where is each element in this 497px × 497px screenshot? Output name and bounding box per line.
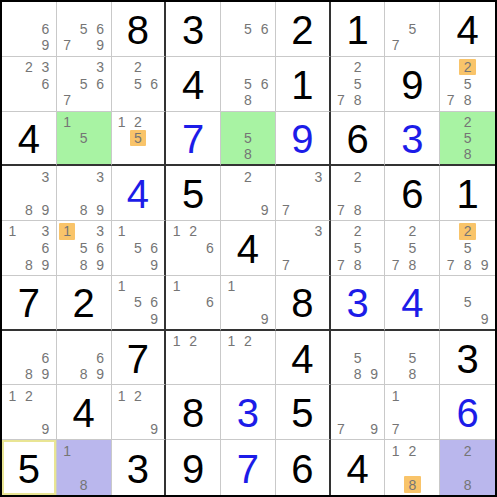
candidate-empty: [366, 387, 383, 404]
candidate-empty: [92, 4, 109, 21]
candidate-9: 9: [146, 256, 162, 273]
cell-value: 4: [456, 10, 478, 50]
candidate-empty: [366, 202, 383, 219]
candidate-empty: [21, 333, 38, 350]
candidate-empty: [256, 92, 273, 109]
candidate-empty: [4, 21, 21, 38]
cell-r7c6[interactable]: 4: [276, 331, 331, 386]
cell-value: 9: [291, 119, 313, 159]
candidate-empty: [366, 240, 383, 257]
sudoku-board: 6956798356215742363567256456812578925784…: [0, 0, 497, 497]
candidate-7: 7: [278, 256, 294, 273]
candidate-empty: [349, 185, 366, 202]
cell-r8c2[interactable]: 4: [57, 385, 112, 440]
cell-r8c6[interactable]: 5: [276, 385, 331, 440]
candidate-empty: [349, 421, 366, 438]
candidate-empty: [185, 294, 202, 310]
cell-r2c5[interactable]: 568: [221, 57, 276, 112]
candidate-empty: [387, 366, 404, 383]
cell-r7c9[interactable]: 3: [440, 331, 495, 386]
candidate-empty: [421, 240, 438, 257]
candidate-5: 5: [75, 21, 92, 38]
candidate-empty: [92, 130, 109, 146]
candidate-1: 1: [114, 223, 130, 240]
candidate-empty: [223, 37, 240, 54]
cell-r7c3[interactable]: 7: [112, 331, 167, 386]
cell-r2c7[interactable]: 2578: [331, 57, 386, 112]
cell-r8c4[interactable]: 8: [166, 385, 221, 440]
candidate-empty: [59, 476, 76, 493]
cell-r9c8[interactable]: 128: [385, 440, 440, 495]
candidate-5: 5: [130, 294, 146, 310]
cell-r4c9[interactable]: 1: [440, 166, 495, 221]
candidate-empty: [223, 294, 240, 310]
candidate-empty: [366, 223, 383, 240]
cell-r9c6[interactable]: 6: [276, 440, 331, 495]
candidate-5: 5: [459, 130, 476, 146]
cell-r5c5[interactable]: 4: [221, 221, 276, 276]
candidate-empty: [366, 185, 383, 202]
candidate-empty: [59, 333, 76, 350]
candidate-empty: [75, 349, 92, 366]
cell-r4c6[interactable]: 37: [276, 166, 331, 221]
candidate-8: 8: [240, 92, 257, 109]
cell-r2c6[interactable]: 1: [276, 57, 331, 112]
cell-r3c9[interactable]: 258: [440, 112, 495, 167]
candidate-empty: [37, 387, 54, 404]
candidate-9: 9: [256, 310, 273, 326]
candidate-empty: [21, 223, 38, 240]
cell-r7c8[interactable]: 58: [385, 331, 440, 386]
candidate-1: 1: [387, 442, 404, 459]
candidate-empty: [387, 404, 404, 421]
cell-r4c8[interactable]: 6: [385, 166, 440, 221]
cell-r8c3[interactable]: 129: [112, 385, 167, 440]
candidate-7: 7: [333, 202, 350, 219]
cell-r7c7[interactable]: 589: [331, 331, 386, 386]
candidate-empty: [92, 185, 109, 202]
cell-r2c4[interactable]: 4: [166, 57, 221, 112]
cell-r5c1[interactable]: 13689: [2, 221, 57, 276]
cell-r2c2[interactable]: 3567: [57, 57, 112, 112]
candidate-9: 9: [37, 421, 54, 438]
candidate-1: 1: [59, 442, 76, 459]
candidate-empty: [223, 130, 240, 146]
cell-r9c5[interactable]: 7: [221, 440, 276, 495]
cell-value: 2: [73, 283, 95, 323]
candidate-empty: [459, 278, 476, 294]
candidate-3: 3: [92, 168, 109, 185]
candidate-empty: [333, 75, 350, 92]
candidate-empty: [442, 130, 459, 146]
candidate-1: 1: [168, 223, 185, 240]
candidate-empty: [114, 240, 130, 257]
cell-value: 3: [401, 119, 423, 159]
candidate-empty: [114, 256, 130, 273]
cell-r4c2[interactable]: 389: [57, 166, 112, 221]
cell-r8c9[interactable]: 6: [440, 385, 495, 440]
candidate-empty: [168, 349, 185, 366]
candidate-empty: [421, 387, 438, 404]
candidate-empty: [59, 130, 76, 146]
cell-value: 3: [127, 449, 149, 489]
candidate-empty: [75, 459, 92, 476]
candidate-empty: [202, 278, 219, 294]
candidate-empty: [366, 349, 383, 366]
cell-value: 4: [237, 229, 259, 269]
candidate-6: 6: [92, 240, 109, 257]
candidate-empty: [114, 59, 130, 76]
candidate-empty: [404, 421, 421, 438]
candidate-empty: [92, 92, 109, 109]
cell-r1c6[interactable]: 2: [276, 2, 331, 57]
cell-r1c9[interactable]: 4: [440, 2, 495, 57]
candidate-empty: [59, 366, 76, 383]
cell-r6c5[interactable]: 19: [221, 276, 276, 331]
candidate-empty: [59, 240, 76, 257]
candidate-6: 6: [146, 294, 162, 310]
cell-r7c5[interactable]: 12: [221, 331, 276, 386]
cell-r9c1[interactable]: 5: [2, 440, 57, 495]
cell-r5c6[interactable]: 37: [276, 221, 331, 276]
candidate-6: 6: [146, 75, 162, 92]
candidate-empty: [240, 37, 257, 54]
candidate-2: 2: [459, 59, 476, 76]
cell-r4c3[interactable]: 4: [112, 166, 167, 221]
candidate-empty: [421, 21, 438, 38]
candidate-empty: [21, 75, 38, 92]
cell-r5c7[interactable]: 2578: [331, 221, 386, 276]
candidate-5: 5: [404, 240, 421, 257]
candidate-empty: [476, 59, 493, 76]
candidate-empty: [256, 146, 273, 162]
candidate-empty: [223, 21, 240, 38]
cell-r5c8[interactable]: 2578: [385, 221, 440, 276]
candidate-empty: [4, 75, 21, 92]
cell-r8c5[interactable]: 3: [221, 385, 276, 440]
cell-value: 6: [291, 449, 313, 489]
candidate-empty: [256, 4, 273, 21]
candidate-empty: [240, 278, 257, 294]
candidate-empty: [310, 202, 326, 219]
cell-r1c4[interactable]: 3: [166, 2, 221, 57]
candidate-empty: [59, 75, 76, 92]
candidate-grid: 278: [331, 166, 385, 220]
cell-value: 7: [18, 283, 40, 323]
candidate-6: 6: [202, 240, 219, 257]
cell-r2c3[interactable]: 256: [112, 57, 167, 112]
cell-r9c7[interactable]: 4: [331, 440, 386, 495]
candidate-empty: [21, 92, 38, 109]
candidate-empty: [442, 146, 459, 162]
candidate-empty: [59, 202, 76, 219]
candidate-8: 8: [75, 366, 92, 383]
cell-r2c1[interactable]: 236: [2, 57, 57, 112]
cell-value: 1: [456, 174, 478, 214]
cell-value: 4: [18, 119, 40, 159]
candidate-empty: [349, 404, 366, 421]
candidate-5: 5: [404, 349, 421, 366]
cell-r1c5[interactable]: 56: [221, 2, 276, 57]
candidate-empty: [387, 223, 404, 240]
candidate-empty: [421, 442, 438, 459]
candidate-grid: 15: [57, 112, 111, 165]
candidate-empty: [130, 256, 146, 273]
candidate-grid: 59: [440, 276, 495, 329]
candidate-empty: [202, 349, 219, 366]
candidate-7: 7: [387, 37, 404, 54]
cell-r2c8[interactable]: 9: [385, 57, 440, 112]
cell-r4c1[interactable]: 389: [2, 166, 57, 221]
candidate-2: 2: [21, 387, 38, 404]
candidate-5: 5: [459, 75, 476, 92]
cell-r8c8[interactable]: 17: [385, 385, 440, 440]
candidate-empty: [240, 310, 257, 326]
cell-value: 8: [182, 393, 204, 433]
candidate-empty: [476, 240, 493, 257]
cell-r6c7[interactable]: 3: [331, 276, 386, 331]
cell-value: 3: [346, 283, 368, 323]
candidate-6: 6: [37, 349, 54, 366]
cell-r8c1[interactable]: 129: [2, 385, 57, 440]
cell-r6c9[interactable]: 59: [440, 276, 495, 331]
candidate-empty: [146, 59, 162, 76]
candidate-empty: [21, 240, 38, 257]
candidate-empty: [130, 421, 146, 438]
candidate-6: 6: [37, 75, 54, 92]
cell-r6c4[interactable]: 16: [166, 276, 221, 331]
cell-r3c4[interactable]: 7: [166, 112, 221, 167]
cell-r3c1[interactable]: 4: [2, 112, 57, 167]
candidate-empty: [404, 333, 421, 350]
cell-r6c2[interactable]: 2: [57, 276, 112, 331]
candidate-empty: [294, 168, 310, 185]
candidate-8: 8: [459, 146, 476, 162]
cell-r5c4[interactable]: 126: [166, 221, 221, 276]
candidate-empty: [130, 278, 146, 294]
candidate-2: 2: [240, 333, 257, 350]
candidate-empty: [92, 442, 109, 459]
candidate-empty: [256, 185, 273, 202]
candidate-empty: [146, 146, 162, 162]
candidate-grid: 58: [385, 331, 439, 385]
candidate-empty: [333, 404, 350, 421]
candidate-empty: [240, 59, 257, 76]
cell-r9c2[interactable]: 18: [57, 440, 112, 495]
cell-r6c8[interactable]: 4: [385, 276, 440, 331]
candidate-empty: [114, 146, 130, 162]
candidate-9: 9: [476, 310, 493, 326]
candidate-empty: [442, 75, 459, 92]
cell-r2c9[interactable]: 2578: [440, 57, 495, 112]
candidate-2: 2: [404, 223, 421, 240]
candidate-empty: [349, 333, 366, 350]
candidate-2: 2: [349, 168, 366, 185]
candidate-grid: 389: [57, 166, 111, 220]
candidate-empty: [4, 185, 21, 202]
candidate-8: 8: [349, 202, 366, 219]
cell-value: 8: [127, 10, 149, 50]
candidate-9: 9: [92, 202, 109, 219]
candidate-5: 5: [130, 240, 146, 257]
candidate-empty: [168, 240, 185, 257]
candidate-8: 8: [459, 256, 476, 273]
candidate-empty: [459, 459, 476, 476]
cell-value: 4: [73, 393, 95, 433]
cell-r1c7[interactable]: 1: [331, 2, 386, 57]
candidate-grid: 12: [221, 331, 275, 385]
candidate-empty: [37, 185, 54, 202]
cell-r4c4[interactable]: 5: [166, 166, 221, 221]
cell-r1c3[interactable]: 8: [112, 2, 167, 57]
candidate-empty: [4, 404, 21, 421]
candidate-5: 5: [459, 294, 476, 310]
candidate-empty: [59, 349, 76, 366]
cell-r3c2[interactable]: 15: [57, 112, 112, 167]
cell-r3c3[interactable]: 125: [112, 112, 167, 167]
candidate-5: 5: [404, 21, 421, 38]
cell-r8c7[interactable]: 79: [331, 385, 386, 440]
cell-r5c9[interactable]: 25789: [440, 221, 495, 276]
candidate-empty: [278, 185, 294, 202]
cell-r5c3[interactable]: 1569: [112, 221, 167, 276]
candidate-2: 2: [21, 59, 38, 76]
candidate-empty: [21, 404, 38, 421]
candidate-empty: [75, 146, 92, 162]
candidate-9: 9: [476, 256, 493, 273]
candidate-8: 8: [21, 366, 38, 383]
cell-r7c2[interactable]: 689: [57, 331, 112, 386]
cell-r6c6[interactable]: 8: [276, 276, 331, 331]
candidate-9: 9: [37, 37, 54, 54]
candidate-empty: [4, 421, 21, 438]
candidate-empty: [4, 4, 21, 21]
candidate-empty: [202, 256, 219, 273]
candidate-grid: 568: [221, 57, 275, 111]
cell-r9c3[interactable]: 3: [112, 440, 167, 495]
cell-r5c2[interactable]: 135689: [57, 221, 112, 276]
candidate-empty: [4, 59, 21, 76]
cell-r4c7[interactable]: 278: [331, 166, 386, 221]
candidate-empty: [146, 404, 162, 421]
cell-r6c1[interactable]: 7: [2, 276, 57, 331]
candidate-5: 5: [240, 75, 257, 92]
candidate-empty: [333, 223, 350, 240]
candidate-empty: [4, 240, 21, 257]
candidate-2: 2: [349, 223, 366, 240]
candidate-8: 8: [240, 146, 257, 162]
candidate-grid: 19: [221, 276, 275, 329]
candidate-2: 2: [459, 223, 476, 240]
cell-r1c2[interactable]: 5679: [57, 2, 112, 57]
candidate-empty: [476, 114, 493, 130]
cell-r9c4[interactable]: 9: [166, 440, 221, 495]
candidate-1: 1: [223, 278, 240, 294]
candidate-empty: [294, 256, 310, 273]
candidate-9: 9: [366, 421, 383, 438]
cell-r7c1[interactable]: 689: [2, 331, 57, 386]
candidate-empty: [476, 146, 493, 162]
candidate-empty: [75, 4, 92, 21]
candidate-grid: 16: [166, 276, 220, 329]
candidate-7: 7: [387, 421, 404, 438]
candidate-grid: 57: [385, 2, 439, 56]
candidate-empty: [404, 387, 421, 404]
cell-r3c8[interactable]: 3: [385, 112, 440, 167]
cell-value: 6: [401, 174, 423, 214]
candidate-empty: [459, 310, 476, 326]
candidate-1: 1: [168, 278, 185, 294]
candidate-empty: [442, 59, 459, 76]
cell-r3c6[interactable]: 9: [276, 112, 331, 167]
candidate-empty: [202, 310, 219, 326]
candidate-empty: [37, 92, 54, 109]
candidate-empty: [59, 459, 76, 476]
cell-r9c9[interactable]: 28: [440, 440, 495, 495]
candidate-1: 1: [114, 278, 130, 294]
candidate-empty: [421, 4, 438, 21]
cell-value: 1: [291, 65, 313, 105]
candidate-7: 7: [333, 256, 350, 273]
candidate-empty: [256, 114, 273, 130]
candidate-empty: [223, 4, 240, 21]
candidate-empty: [146, 130, 162, 146]
candidate-empty: [387, 21, 404, 38]
candidate-empty: [240, 185, 257, 202]
candidate-grid: 5679: [57, 2, 111, 56]
candidate-empty: [387, 240, 404, 257]
cell-value: 3: [237, 393, 259, 433]
candidate-empty: [240, 114, 257, 130]
candidate-3: 3: [92, 223, 109, 240]
candidate-empty: [185, 240, 202, 257]
candidate-2: 2: [130, 387, 146, 404]
candidate-6: 6: [146, 240, 162, 257]
candidate-empty: [442, 459, 459, 476]
candidate-2: 2: [349, 59, 366, 76]
cell-r4c5[interactable]: 29: [221, 166, 276, 221]
cell-value: 7: [237, 449, 259, 489]
candidate-empty: [278, 168, 294, 185]
cell-r3c7[interactable]: 6: [331, 112, 386, 167]
candidate-9: 9: [92, 37, 109, 54]
candidate-6: 6: [37, 240, 54, 257]
candidate-empty: [442, 476, 459, 493]
candidate-2: 2: [130, 114, 146, 130]
candidate-empty: [278, 240, 294, 257]
candidate-grid: 18: [57, 440, 111, 495]
candidate-grid: 135689: [57, 221, 111, 275]
cell-value: 3: [182, 10, 204, 50]
cell-r6c3[interactable]: 1569: [112, 276, 167, 331]
cell-r7c4[interactable]: 12: [166, 331, 221, 386]
candidate-grid: 3567: [57, 57, 111, 111]
candidate-8: 8: [459, 92, 476, 109]
candidate-2: 2: [185, 333, 202, 350]
candidate-empty: [421, 421, 438, 438]
candidate-8: 8: [404, 366, 421, 383]
candidate-empty: [114, 130, 130, 146]
candidate-empty: [256, 168, 273, 185]
cell-r1c8[interactable]: 57: [385, 2, 440, 57]
cell-r1c1[interactable]: 69: [2, 2, 57, 57]
candidate-empty: [114, 294, 130, 310]
candidate-empty: [59, 185, 76, 202]
candidate-8: 8: [75, 476, 92, 493]
cell-r3c5[interactable]: 58: [221, 112, 276, 167]
candidate-grid: 37: [276, 166, 329, 220]
candidate-empty: [59, 168, 76, 185]
